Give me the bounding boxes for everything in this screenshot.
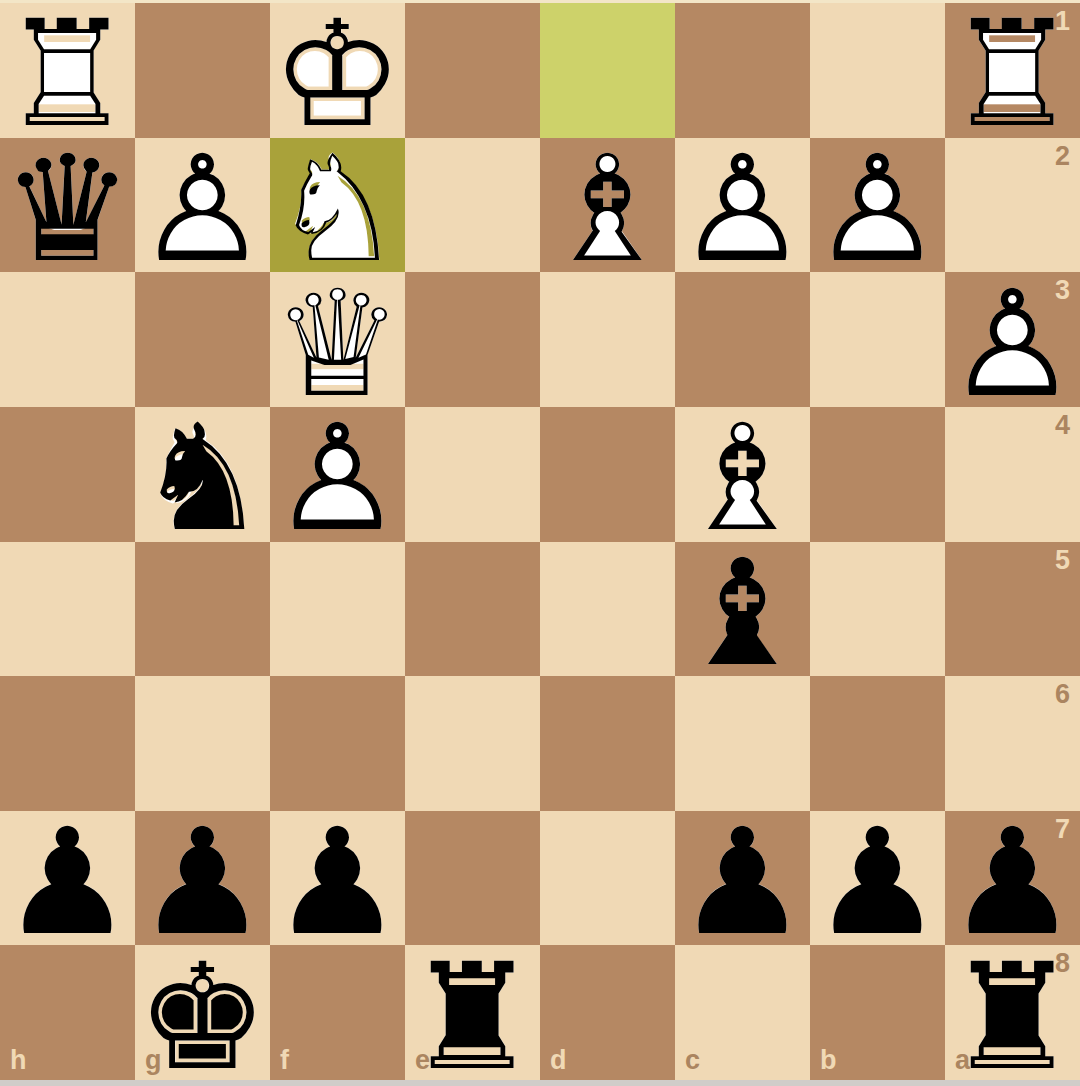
square-h7[interactable]: ♙♟ xyxy=(0,811,135,946)
file-label-g: g xyxy=(145,1047,162,1074)
square-h6[interactable] xyxy=(0,676,135,811)
piece-white-queen[interactable]: ♛♕ xyxy=(270,272,405,407)
square-d6[interactable] xyxy=(540,676,675,811)
square-b3[interactable] xyxy=(810,272,945,407)
square-a2[interactable]: 2 xyxy=(945,138,1080,273)
piece-white-pawn[interactable]: ♟♙ xyxy=(270,407,405,542)
square-b8[interactable]: b xyxy=(810,945,945,1080)
square-h4[interactable] xyxy=(0,407,135,542)
square-d5[interactable] xyxy=(540,542,675,677)
square-b4[interactable] xyxy=(810,407,945,542)
square-g6[interactable] xyxy=(135,676,270,811)
square-g1[interactable] xyxy=(135,3,270,138)
piece-white-king[interactable]: ♚♔ xyxy=(270,3,405,138)
square-f1[interactable]: ♚♔ xyxy=(270,3,405,138)
square-c3[interactable] xyxy=(675,272,810,407)
square-d1[interactable] xyxy=(540,3,675,138)
square-h5[interactable] xyxy=(0,542,135,677)
square-b6[interactable] xyxy=(810,676,945,811)
square-e6[interactable] xyxy=(405,676,540,811)
square-a1[interactable]: ♜♖1 xyxy=(945,3,1080,138)
square-h1[interactable]: ♜♖ xyxy=(0,3,135,138)
piece-black-bishop[interactable]: ♗♝ xyxy=(675,542,810,677)
piece-white-pawn[interactable]: ♟♙ xyxy=(675,138,810,273)
piece-white-pawn[interactable]: ♟♙ xyxy=(810,138,945,273)
piece-white-rook[interactable]: ♜♖ xyxy=(0,3,135,138)
square-a5[interactable]: 5 xyxy=(945,542,1080,677)
square-a4[interactable]: 4 xyxy=(945,407,1080,542)
square-b5[interactable] xyxy=(810,542,945,677)
rank-label-6: 6 xyxy=(1055,681,1070,708)
square-f2[interactable]: ♞♘ xyxy=(270,138,405,273)
square-c1[interactable] xyxy=(675,3,810,138)
square-e4[interactable] xyxy=(405,407,540,542)
black-piece-glyph: ♝ xyxy=(677,540,809,687)
rank-label-2: 2 xyxy=(1055,143,1070,170)
file-label-h: h xyxy=(10,1047,27,1074)
square-b2[interactable]: ♟♙ xyxy=(810,138,945,273)
square-e5[interactable] xyxy=(405,542,540,677)
square-e3[interactable] xyxy=(405,272,540,407)
piece-black-pawn[interactable]: ♙♟ xyxy=(675,811,810,946)
square-e1[interactable] xyxy=(405,3,540,138)
square-g8[interactable]: ♔♚g xyxy=(135,945,270,1080)
square-a6[interactable]: 6 xyxy=(945,676,1080,811)
square-g3[interactable] xyxy=(135,272,270,407)
rank-label-5: 5 xyxy=(1055,547,1070,574)
square-e2[interactable] xyxy=(405,138,540,273)
file-label-c: c xyxy=(685,1047,700,1074)
square-d8[interactable]: d xyxy=(540,945,675,1080)
rank-label-3: 3 xyxy=(1055,277,1070,304)
black-piece-glyph: ♟ xyxy=(812,809,944,956)
square-c2[interactable]: ♟♙ xyxy=(675,138,810,273)
square-a7[interactable]: ♙♟7 xyxy=(945,811,1080,946)
square-a8[interactable]: ♖♜a8 xyxy=(945,945,1080,1080)
file-label-f: f xyxy=(280,1047,289,1074)
square-d3[interactable] xyxy=(540,272,675,407)
square-d7[interactable] xyxy=(540,811,675,946)
square-a3[interactable]: ♟♙3 xyxy=(945,272,1080,407)
rank-label-4: 4 xyxy=(1055,412,1070,439)
piece-white-bishop[interactable]: ♝♗ xyxy=(540,138,675,273)
piece-black-pawn[interactable]: ♙♟ xyxy=(270,811,405,946)
piece-black-pawn[interactable]: ♙♟ xyxy=(0,811,135,946)
square-h8[interactable]: h xyxy=(0,945,135,1080)
square-c4[interactable]: ♝♗ xyxy=(675,407,810,542)
square-h2[interactable]: ♕♛ xyxy=(0,138,135,273)
piece-white-knight[interactable]: ♞♘ xyxy=(270,138,405,273)
square-f7[interactable]: ♙♟ xyxy=(270,811,405,946)
square-b1[interactable] xyxy=(810,3,945,138)
square-f6[interactable] xyxy=(270,676,405,811)
square-f3[interactable]: ♛♕ xyxy=(270,272,405,407)
square-g4[interactable]: ♘♞ xyxy=(135,407,270,542)
square-g2[interactable]: ♟♙ xyxy=(135,138,270,273)
file-label-d: d xyxy=(550,1047,567,1074)
white-piece-glyph: ♙ xyxy=(137,136,269,283)
piece-black-knight[interactable]: ♘♞ xyxy=(135,407,270,542)
rank-label-8: 8 xyxy=(1055,950,1070,977)
file-label-b: b xyxy=(820,1047,837,1074)
square-h3[interactable] xyxy=(0,272,135,407)
square-f8[interactable]: f xyxy=(270,945,405,1080)
file-label-e: e xyxy=(415,1047,430,1074)
black-piece-glyph: ♟ xyxy=(2,809,134,956)
square-c7[interactable]: ♙♟ xyxy=(675,811,810,946)
black-piece-glyph: ♟ xyxy=(677,809,809,956)
file-label-a: a xyxy=(955,1047,970,1074)
black-piece-glyph: ♛ xyxy=(2,136,134,283)
rank-label-1: 1 xyxy=(1055,8,1070,35)
square-c5[interactable]: ♗♝ xyxy=(675,542,810,677)
white-piece-glyph: ♙ xyxy=(677,136,809,283)
piece-black-pawn[interactable]: ♙♟ xyxy=(810,811,945,946)
square-b7[interactable]: ♙♟ xyxy=(810,811,945,946)
square-c8[interactable]: c xyxy=(675,945,810,1080)
square-g5[interactable] xyxy=(135,542,270,677)
black-piece-glyph: ♞ xyxy=(137,405,269,552)
white-piece-glyph: ♙ xyxy=(812,136,944,283)
chess-board: ♜♖♚♔♜♖1♕♛♟♙♞♘♝♗♟♙♟♙2♛♕♟♙3♘♞♟♙♝♗4♗♝56♙♟♙♟… xyxy=(0,3,1080,1080)
piece-white-pawn[interactable]: ♟♙ xyxy=(135,138,270,273)
square-g7[interactable]: ♙♟ xyxy=(135,811,270,946)
black-piece-glyph: ♟ xyxy=(272,809,404,956)
white-piece-glyph: ♗ xyxy=(542,136,674,283)
square-d4[interactable] xyxy=(540,407,675,542)
square-c6[interactable] xyxy=(675,676,810,811)
piece-black-pawn[interactable]: ♙♟ xyxy=(135,811,270,946)
white-piece-glyph: ♙ xyxy=(272,405,404,552)
square-f5[interactable] xyxy=(270,542,405,677)
square-e7[interactable] xyxy=(405,811,540,946)
square-e8[interactable]: ♖♜e xyxy=(405,945,540,1080)
piece-black-queen[interactable]: ♕♛ xyxy=(0,138,135,273)
square-d2[interactable]: ♝♗ xyxy=(540,138,675,273)
rank-label-7: 7 xyxy=(1055,816,1070,843)
piece-white-bishop[interactable]: ♝♗ xyxy=(675,407,810,542)
square-f4[interactable]: ♟♙ xyxy=(270,407,405,542)
